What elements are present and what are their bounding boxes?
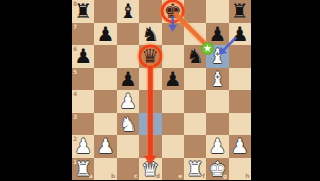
square-h3[interactable]	[229, 113, 251, 136]
coord-rank-label: 3	[73, 114, 77, 120]
square-b1[interactable]: b	[94, 158, 116, 181]
square-b7[interactable]: ♟	[94, 23, 116, 46]
square-e2[interactable]	[162, 135, 184, 158]
piece-white-pawn: ♟	[94, 135, 116, 158]
square-d8[interactable]	[139, 0, 161, 23]
square-e4[interactable]	[162, 90, 184, 113]
square-c2[interactable]	[117, 135, 139, 158]
square-a5[interactable]: 5	[72, 68, 94, 91]
square-d2[interactable]	[139, 135, 161, 158]
piece-white-bishop: ♝	[206, 68, 228, 91]
letterbox-right	[251, 0, 320, 180]
coord-file-label: h	[245, 173, 249, 179]
piece-black-pawn: ♟	[94, 23, 116, 46]
square-f4[interactable]	[184, 90, 206, 113]
piece-white-bishop: ♝	[206, 45, 228, 68]
square-a6[interactable]: 6♟	[72, 45, 94, 68]
square-b8[interactable]	[94, 0, 116, 23]
square-f6[interactable]: ♞	[184, 45, 206, 68]
square-h2[interactable]: ♟	[229, 135, 251, 158]
piece-black-pawn: ♟	[206, 23, 228, 46]
square-d3[interactable]	[139, 113, 161, 136]
square-f7[interactable]	[184, 23, 206, 46]
square-c4[interactable]: ♟	[117, 90, 139, 113]
square-c5[interactable]: ♟	[117, 68, 139, 91]
square-a8[interactable]: 8♜	[72, 0, 94, 23]
square-b3[interactable]	[94, 113, 116, 136]
piece-black-pawn: ♟	[72, 45, 94, 68]
piece-white-pawn: ♟	[229, 135, 251, 158]
piece-black-pawn: ♟	[117, 68, 139, 91]
piece-black-queen: ♛	[139, 45, 161, 68]
square-d5[interactable]	[139, 68, 161, 91]
square-h4[interactable]	[229, 90, 251, 113]
square-d1[interactable]: d♛	[139, 158, 161, 181]
coord-file-label: b	[111, 173, 115, 179]
square-a1[interactable]: 1a♜	[72, 158, 94, 181]
piece-black-knight: ♞	[184, 45, 206, 68]
square-b2[interactable]: ♟	[94, 135, 116, 158]
piece-black-bishop: ♝	[117, 0, 139, 23]
square-f3[interactable]	[184, 113, 206, 136]
square-e3[interactable]	[162, 113, 184, 136]
square-g6[interactable]: ♝	[206, 45, 228, 68]
square-c1[interactable]: c	[117, 158, 139, 181]
square-c8[interactable]: ♝	[117, 0, 139, 23]
piece-white-knight: ♞	[117, 113, 139, 136]
square-d6[interactable]: ♛	[139, 45, 161, 68]
piece-white-pawn: ♟	[117, 90, 139, 113]
piece-white-queen: ♛	[139, 158, 161, 181]
square-f2[interactable]	[184, 135, 206, 158]
square-g4[interactable]	[206, 90, 228, 113]
square-e6[interactable]	[162, 45, 184, 68]
square-g8[interactable]	[206, 0, 228, 23]
piece-white-king: ♚	[206, 158, 228, 181]
square-d4[interactable]	[139, 90, 161, 113]
square-g7[interactable]: ♟	[206, 23, 228, 46]
square-e7[interactable]	[162, 23, 184, 46]
piece-white-rook: ♜	[72, 158, 94, 181]
square-b6[interactable]	[94, 45, 116, 68]
coord-rank-label: 5	[73, 69, 77, 75]
piece-black-pawn: ♟	[229, 23, 251, 46]
square-g2[interactable]: ♟	[206, 135, 228, 158]
coord-file-label: e	[178, 173, 182, 179]
board: 8♜♝♚♜7♟♞♟♟6♟♛♞♝5♟♟♝4♟3♞2♟♟♟♟1a♜bcd♛ef♜g♚…	[72, 0, 251, 180]
piece-white-pawn: ♟	[206, 135, 228, 158]
piece-black-rook: ♜	[72, 0, 94, 23]
square-g3[interactable]	[206, 113, 228, 136]
piece-black-knight: ♞	[139, 23, 161, 46]
square-a7[interactable]: 7	[72, 23, 94, 46]
square-b4[interactable]	[94, 90, 116, 113]
square-h8[interactable]: ♜	[229, 0, 251, 23]
square-c3[interactable]: ♞	[117, 113, 139, 136]
square-f1[interactable]: f♜	[184, 158, 206, 181]
stage: 8♜♝♚♜7♟♞♟♟6♟♛♞♝5♟♟♝4♟3♞2♟♟♟♟1a♜bcd♛ef♜g♚…	[0, 0, 320, 180]
piece-black-rook: ♜	[229, 0, 251, 23]
square-h5[interactable]	[229, 68, 251, 91]
square-g5[interactable]: ♝	[206, 68, 228, 91]
piece-black-king: ♚	[162, 0, 184, 23]
square-f8[interactable]	[184, 0, 206, 23]
highlight-d3	[139, 113, 161, 136]
square-d7[interactable]: ♞	[139, 23, 161, 46]
piece-white-rook: ♜	[184, 158, 206, 181]
piece-white-pawn: ♟	[72, 135, 94, 158]
square-e5[interactable]: ♟	[162, 68, 184, 91]
square-c7[interactable]	[117, 23, 139, 46]
square-e1[interactable]: e	[162, 158, 184, 181]
coord-rank-label: 7	[73, 24, 77, 30]
square-a4[interactable]: 4	[72, 90, 94, 113]
square-e8[interactable]: ♚	[162, 0, 184, 23]
square-a2[interactable]: 2♟	[72, 135, 94, 158]
square-c6[interactable]	[117, 45, 139, 68]
letterbox-left	[0, 0, 72, 180]
coord-file-label: c	[134, 173, 138, 179]
square-a3[interactable]: 3	[72, 113, 94, 136]
square-h7[interactable]: ♟	[229, 23, 251, 46]
square-b5[interactable]	[94, 68, 116, 91]
square-g1[interactable]: g♚	[206, 158, 228, 181]
square-h1[interactable]: h	[229, 158, 251, 181]
coord-rank-label: 4	[73, 91, 77, 97]
piece-black-pawn: ♟	[162, 68, 184, 91]
square-h6[interactable]	[229, 45, 251, 68]
square-f5[interactable]	[184, 68, 206, 91]
